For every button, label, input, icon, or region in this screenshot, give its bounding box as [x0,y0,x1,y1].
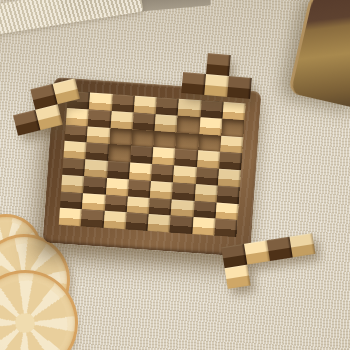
dark-cube [156,97,179,115]
light-cube [110,111,133,129]
light-cube [225,265,251,289]
empty-cell [131,129,154,147]
dark-cube [267,237,293,261]
light-cube [289,233,315,257]
piece-gap [270,257,296,281]
light-cube [105,178,128,196]
dark-cube [111,94,134,112]
empty-cell [176,132,199,150]
dark-cube [219,152,242,170]
light-cube [129,162,152,180]
empty-cell [198,134,221,152]
light-cube [222,102,245,120]
light-cube [197,150,220,168]
dark-cube [170,216,193,234]
dark-cube [62,158,85,176]
dark-cube [128,179,151,197]
light-cube [171,199,194,217]
dark-cube [86,143,109,161]
light-cube [148,214,171,232]
light-cube [178,99,201,117]
dark-cube [227,76,252,99]
light-cube [150,181,173,199]
empty-cell [221,119,244,137]
light-cube [192,217,215,235]
dark-cube [149,197,172,215]
dark-cube [181,72,206,95]
dark-cube [60,191,83,209]
dark-cube [151,164,174,182]
piece-gap [229,55,254,78]
light-cube [61,175,84,193]
empty-cell [108,144,131,162]
board-grid [59,91,246,237]
light-cube [87,126,110,144]
piece-gap [183,51,208,74]
light-cube [82,193,105,211]
dark-cube [195,167,218,185]
dark-cube [206,53,231,76]
light-cube [220,135,243,153]
light-cube [59,208,82,226]
light-cube [84,159,107,177]
light-cube [89,93,112,111]
light-cube [244,240,270,264]
piece-gap [247,261,273,285]
photo-scene [0,0,350,350]
empty-cell [177,115,200,133]
dark-cube [130,146,153,164]
light-cube [127,196,150,214]
dark-cube [65,124,88,142]
dark-cube [125,213,148,231]
dark-cube [200,100,223,118]
light-cube [155,114,178,132]
dark-cube [88,109,111,127]
light-cube [194,184,217,202]
light-cube [204,74,229,97]
empty-cell [109,127,132,145]
piece-gap [293,254,319,278]
light-cube [63,141,86,159]
dark-cube [214,219,237,237]
light-cube [103,211,126,229]
dark-cube [104,194,127,212]
fabric-fringe-edge [0,0,143,36]
light-cube [173,166,196,184]
dark-cube [172,182,195,200]
dark-cube [193,201,216,219]
dark-cube [174,149,197,167]
light-cube [215,202,238,220]
light-cube [218,169,241,187]
dark-cube [81,209,104,227]
light-cube [199,117,222,135]
dark-cube [107,161,130,179]
empty-cell [153,131,176,149]
loose-piece-top [181,51,253,99]
dark-cube [83,176,106,194]
wooden-box-corner [288,0,350,109]
light-cube [134,96,157,114]
dark-cube [132,112,155,130]
dark-cube [216,185,239,203]
light-cube [152,147,175,165]
